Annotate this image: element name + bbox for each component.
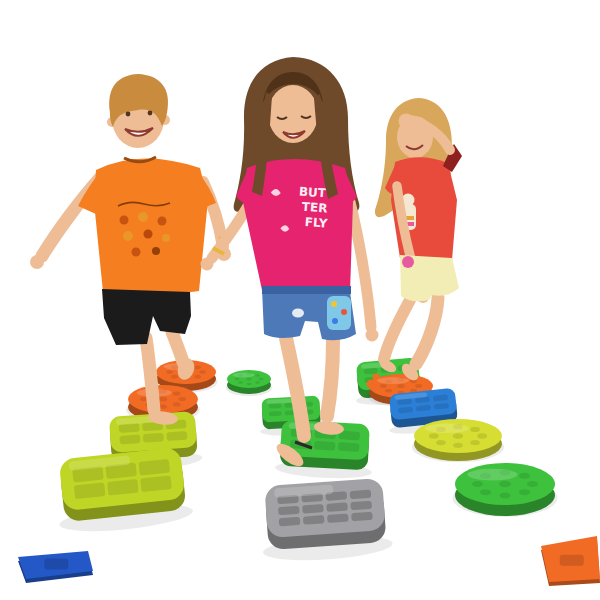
print-dot: [144, 230, 153, 239]
shirt-print-line-3: FLY: [304, 215, 328, 231]
boy-back-leg: [172, 332, 183, 362]
shirt-print-line-1: BUT: [298, 185, 327, 201]
boy-right-hand: [30, 255, 44, 269]
boy-shirt: [94, 158, 208, 295]
center-girl-shorts-distress: [292, 309, 304, 318]
trim-dot: [341, 309, 347, 315]
trim-fabric: [327, 296, 351, 330]
stepping-stone-green-disc-right: [453, 463, 558, 517]
boy-eye: [126, 112, 131, 117]
stepping-stones-layer: [18, 357, 600, 586]
child-right-girl: [375, 98, 462, 383]
right-girl-back-leg: [384, 300, 410, 359]
center-girl-left-hand: [366, 329, 379, 342]
stepping-stone-lime-pad-bottom-left: [53, 446, 194, 536]
print-dot: [152, 247, 160, 255]
boy-eye: [148, 111, 153, 116]
center-girl-shorts-waistband: [262, 286, 351, 294]
center-girl-shorts-print-trim: [327, 296, 351, 330]
right-girl-raised-hand: [399, 114, 414, 129]
stepping-stone-gray-pad-bottom-center: [258, 478, 393, 564]
print-dot: [120, 216, 129, 225]
print-dot: [138, 212, 148, 222]
stepping-stone-yellow-disc-right: [412, 419, 504, 462]
print-dot: [158, 217, 167, 226]
scene-svg: BUT TER FLY: [0, 0, 600, 600]
right-girl-shorts-badge: [402, 256, 414, 268]
trim-dot: [331, 301, 337, 307]
stepping-stone-blue-pad-edge-left: [18, 551, 93, 583]
boy-front-leg: [146, 338, 154, 410]
print-dot: [162, 234, 170, 242]
shirt-print-line-2: TER: [301, 200, 328, 216]
print-dot: [123, 231, 133, 241]
trim-dot: [332, 318, 338, 324]
right-girl-front-leg: [416, 298, 438, 364]
stepping-stone-green-oval-center-back: [226, 370, 272, 396]
center-girl-right-hand: [201, 258, 214, 271]
print-dot: [132, 248, 141, 257]
stepping-stone-orange-pad-edge-right: [541, 536, 600, 586]
product-photo-stepping-stones: BUT TER FLY: [0, 0, 600, 600]
center-girl-left-arm: [350, 202, 371, 327]
center-girl-standing-leg: [327, 340, 333, 416]
